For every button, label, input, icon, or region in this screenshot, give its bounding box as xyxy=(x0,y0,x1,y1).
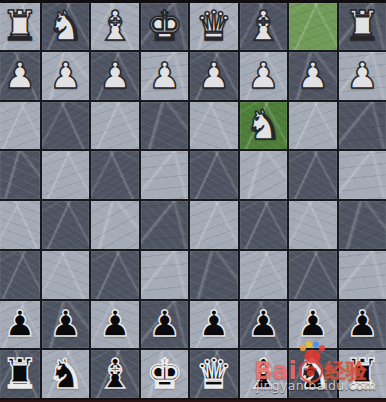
chess-board: ♜♞♝♚♛♝♜♟♟♟♟♟♟♟♟♞♟♟♟♟♟♟♟♟♜♞♝♚♛♝♞♜ xyxy=(0,3,386,398)
square-c3[interactable]: ♞ xyxy=(240,102,287,150)
square-d4[interactable] xyxy=(190,151,237,199)
white-pawn: ♟ xyxy=(198,58,230,94)
black-pawn: ♟ xyxy=(148,306,180,342)
square-h4[interactable] xyxy=(0,151,40,199)
square-h6[interactable] xyxy=(0,251,40,299)
square-c8[interactable]: ♝ xyxy=(240,350,287,398)
square-e8[interactable]: ♚ xyxy=(141,350,188,398)
white-knight: ♞ xyxy=(47,6,84,47)
white-pawn: ♟ xyxy=(50,58,82,94)
square-f8[interactable]: ♝ xyxy=(91,350,138,398)
square-h5[interactable] xyxy=(0,201,40,249)
square-b8[interactable]: ♞ xyxy=(289,350,336,398)
square-h1[interactable]: ♜ xyxy=(0,3,40,50)
black-rook: ♜ xyxy=(2,354,39,395)
square-d1[interactable]: ♛ xyxy=(190,3,237,50)
square-d8[interactable]: ♛ xyxy=(190,350,237,398)
square-h7[interactable]: ♟ xyxy=(0,301,40,349)
square-d7[interactable]: ♟ xyxy=(190,301,237,349)
black-rook: ♜ xyxy=(344,354,381,395)
square-h2[interactable]: ♟ xyxy=(0,52,40,100)
black-pawn: ♟ xyxy=(346,306,378,342)
black-king: ♚ xyxy=(146,354,183,395)
square-e6[interactable] xyxy=(141,251,188,299)
square-e7[interactable]: ♟ xyxy=(141,301,188,349)
square-f7[interactable]: ♟ xyxy=(91,301,138,349)
square-a1[interactable]: ♜ xyxy=(339,3,386,50)
square-e5[interactable] xyxy=(141,201,188,249)
white-knight: ♞ xyxy=(245,105,282,146)
black-knight: ♞ xyxy=(294,354,331,395)
square-f5[interactable] xyxy=(91,201,138,249)
square-c2[interactable]: ♟ xyxy=(240,52,287,100)
black-pawn: ♟ xyxy=(247,306,279,342)
square-f3[interactable] xyxy=(91,102,138,150)
square-d6[interactable] xyxy=(190,251,237,299)
white-rook: ♜ xyxy=(2,6,39,47)
black-pawn: ♟ xyxy=(4,306,36,342)
square-d2[interactable]: ♟ xyxy=(190,52,237,100)
square-a2[interactable]: ♟ xyxy=(339,52,386,100)
board-bottom-edge xyxy=(0,398,386,402)
white-pawn: ♟ xyxy=(148,58,180,94)
square-f2[interactable]: ♟ xyxy=(91,52,138,100)
white-bishop: ♝ xyxy=(97,6,134,47)
square-e4[interactable] xyxy=(141,151,188,199)
black-bishop: ♝ xyxy=(97,354,134,395)
square-c7[interactable]: ♟ xyxy=(240,301,287,349)
square-e3[interactable] xyxy=(141,102,188,150)
black-pawn: ♟ xyxy=(297,306,329,342)
square-d3[interactable] xyxy=(190,102,237,150)
black-knight: ♞ xyxy=(47,354,84,395)
square-c6[interactable] xyxy=(240,251,287,299)
square-c1[interactable]: ♝ xyxy=(240,3,287,50)
square-b7[interactable]: ♟ xyxy=(289,301,336,349)
square-a5[interactable] xyxy=(339,201,386,249)
square-b1[interactable] xyxy=(289,3,336,50)
black-queen: ♛ xyxy=(196,354,233,395)
white-rook: ♜ xyxy=(344,6,381,47)
square-g4[interactable] xyxy=(42,151,89,199)
square-g3[interactable] xyxy=(42,102,89,150)
square-c4[interactable] xyxy=(240,151,287,199)
square-d5[interactable] xyxy=(190,201,237,249)
square-f4[interactable] xyxy=(91,151,138,199)
black-pawn: ♟ xyxy=(50,306,82,342)
square-b2[interactable]: ♟ xyxy=(289,52,336,100)
square-e2[interactable]: ♟ xyxy=(141,52,188,100)
square-g6[interactable] xyxy=(42,251,89,299)
white-pawn: ♟ xyxy=(4,58,36,94)
square-b3[interactable] xyxy=(289,102,336,150)
square-b5[interactable] xyxy=(289,201,336,249)
square-f6[interactable] xyxy=(91,251,138,299)
square-g8[interactable]: ♞ xyxy=(42,350,89,398)
square-a8[interactable]: ♜ xyxy=(339,350,386,398)
square-h8[interactable]: ♜ xyxy=(0,350,40,398)
square-c5[interactable] xyxy=(240,201,287,249)
square-a6[interactable] xyxy=(339,251,386,299)
square-g1[interactable]: ♞ xyxy=(42,3,89,50)
white-pawn: ♟ xyxy=(297,58,329,94)
chess-app-screenshot: ♜♞♝♚♛♝♜♟♟♟♟♟♟♟♟♞♟♟♟♟♟♟♟♟♜♞♝♚♛♝♞♜ Bai 经验 xyxy=(0,0,386,402)
square-a7[interactable]: ♟ xyxy=(339,301,386,349)
white-bishop: ♝ xyxy=(245,6,282,47)
black-pawn: ♟ xyxy=(198,306,230,342)
white-king: ♚ xyxy=(146,6,183,47)
square-g2[interactable]: ♟ xyxy=(42,52,89,100)
black-bishop: ♝ xyxy=(245,354,282,395)
square-g7[interactable]: ♟ xyxy=(42,301,89,349)
black-pawn: ♟ xyxy=(99,306,131,342)
square-f1[interactable]: ♝ xyxy=(91,3,138,50)
white-pawn: ♟ xyxy=(247,58,279,94)
square-e1[interactable]: ♚ xyxy=(141,3,188,50)
square-a3[interactable] xyxy=(339,102,386,150)
square-g5[interactable] xyxy=(42,201,89,249)
square-h3[interactable] xyxy=(0,102,40,150)
white-pawn: ♟ xyxy=(346,58,378,94)
square-a4[interactable] xyxy=(339,151,386,199)
white-queen: ♛ xyxy=(196,6,233,47)
white-pawn: ♟ xyxy=(99,58,131,94)
square-b4[interactable] xyxy=(289,151,336,199)
square-b6[interactable] xyxy=(289,251,336,299)
